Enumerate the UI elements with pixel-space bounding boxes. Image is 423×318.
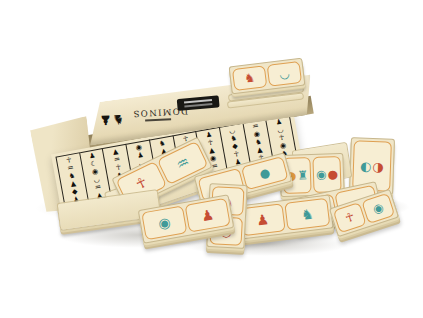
motif-glyph: ♜ [297, 169, 308, 181]
motif-glyph: ♟ [200, 207, 215, 223]
lid-hieroglyph-icon: ♞♟ [98, 112, 124, 128]
motif-glyph: ♞ [300, 207, 314, 222]
motif-glyph: ◉ [316, 168, 327, 180]
motif-glyph: ◉ [371, 201, 385, 216]
motif-glyph: ☥ [344, 211, 356, 225]
motif-scarab: ◉ [141, 205, 187, 240]
motif-glyph: ◑ [372, 160, 384, 173]
motif-scarab: ◉ [361, 193, 395, 224]
motif-bird: ♞ [284, 198, 330, 231]
product-photo: ☥♒♞▲◆♟♟☾◉◡♒▲▲♒☥♞●◡◉♟◡☥♒♞♞▲☾◆♟☥☥◉♒♞◡▲♟☥▲◉… [0, 0, 423, 318]
motif-glyph: ● [258, 166, 271, 180]
motif-glyph: ● [327, 168, 338, 180]
motif-glyph: ♟ [256, 212, 270, 227]
motif-kneeling-figure: ♟ [240, 203, 286, 236]
motif-seated-figure: ♟ [185, 198, 231, 233]
motif-glyph: ◡ [278, 67, 290, 80]
motif-glyph: ☥ [134, 175, 150, 192]
motif-bird: ♞ [232, 65, 267, 91]
motif-ankh: ☥ [333, 202, 367, 233]
motif-glyph: ♞ [244, 72, 256, 85]
motif-boat: ◡ [267, 61, 302, 87]
motif-scarab: ◉● [312, 156, 341, 193]
motif-glyph: ◐ [360, 159, 372, 172]
brand-label [177, 95, 220, 111]
motif-glyph: ♒ [174, 154, 191, 172]
lid-subtitle-line [145, 118, 171, 121]
motif-glyph: ◉ [157, 215, 171, 231]
